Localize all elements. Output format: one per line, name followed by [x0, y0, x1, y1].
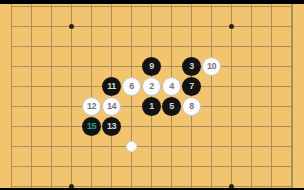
star-point: [69, 24, 74, 29]
board-intersection-2-5[interactable]: [22, 37, 42, 57]
stone-number: 8: [189, 102, 194, 111]
board-intersection-11-7[interactable]: [202, 77, 222, 97]
stone-white-10: 10: [202, 57, 221, 76]
board-intersection-7-11[interactable]: [122, 157, 142, 177]
board-intersection-3-6[interactable]: [42, 57, 62, 77]
stone-number: 7: [189, 82, 194, 91]
next-move-marker: [126, 141, 137, 152]
stone-number: 10: [207, 62, 216, 71]
board-intersection-4-7[interactable]: [62, 77, 82, 97]
letterbox-bottom: [0, 188, 304, 190]
board-intersection-8-11[interactable]: [142, 157, 162, 177]
board-intersection-11-9[interactable]: [202, 117, 222, 137]
board-intersection-7-9[interactable]: [122, 117, 142, 137]
board-intersection-15-6[interactable]: [282, 57, 302, 77]
board-intersection-5-4[interactable]: [82, 17, 102, 37]
board-intersection-10-9[interactable]: [182, 117, 202, 137]
board-intersection-9-11[interactable]: [162, 157, 182, 177]
board-intersection-2-8[interactable]: [22, 97, 42, 117]
board-intersection-3-4[interactable]: [42, 17, 62, 37]
stone-white-12: 12: [82, 97, 101, 116]
stone-number: 15: [87, 122, 96, 131]
board-intersection-10-11[interactable]: [182, 157, 202, 177]
board-intersection-15-11[interactable]: [282, 157, 302, 177]
board-intersection-12-9[interactable]: [222, 117, 242, 137]
board-intersection-7-6[interactable]: [122, 57, 142, 77]
board-intersection-13-10[interactable]: [242, 137, 262, 157]
board-intersection-11-8[interactable]: [202, 97, 222, 117]
board-intersection-13-5[interactable]: [242, 37, 262, 57]
stone-white-6: 6: [122, 77, 141, 96]
board-intersection-11-10[interactable]: [202, 137, 222, 157]
stone-black-3: 3: [182, 57, 201, 76]
board-intersection-14-6[interactable]: [262, 57, 282, 77]
stone-black-5: 5: [162, 97, 181, 116]
stone-black-11: 11: [102, 77, 121, 96]
board-intersection-9-5[interactable]: [162, 37, 182, 57]
board-intersection-5-6[interactable]: [82, 57, 102, 77]
board-intersection-2-9[interactable]: [22, 117, 42, 137]
board-intersection-2-11[interactable]: [22, 157, 42, 177]
board-intersection-5-5[interactable]: [82, 37, 102, 57]
stone-number: 13: [107, 122, 116, 131]
board-intersection-2-7[interactable]: [22, 77, 42, 97]
board-intersection-6-4[interactable]: [102, 17, 122, 37]
stone-black-7: 7: [182, 77, 201, 96]
board-intersection-2-4[interactable]: [22, 17, 42, 37]
stone-white-8: 8: [182, 97, 201, 116]
board-intersection-7-4[interactable]: [122, 17, 142, 37]
board-intersection-14-11[interactable]: [262, 157, 282, 177]
board-intersection-1-7[interactable]: [2, 77, 22, 97]
board-intersection-12-10[interactable]: [222, 137, 242, 157]
board-intersection-11-4[interactable]: [202, 17, 222, 37]
board-intersection-15-8[interactable]: [282, 97, 302, 117]
board-intersection-3-8[interactable]: [42, 97, 62, 117]
board-intersection-9-4[interactable]: [162, 17, 182, 37]
board-intersection-15-5[interactable]: [282, 37, 302, 57]
board-intersection-13-7[interactable]: [242, 77, 262, 97]
board-intersection-1-10[interactable]: [2, 137, 22, 157]
board-intersection-14-9[interactable]: [262, 117, 282, 137]
board-intersection-4-5[interactable]: [62, 37, 82, 57]
board-intersection-13-11[interactable]: [242, 157, 262, 177]
board-intersection-1-9[interactable]: [2, 117, 22, 137]
board-intersection-7-8[interactable]: [122, 97, 142, 117]
stone-number: 2: [149, 82, 154, 91]
board-intersection-4-10[interactable]: [62, 137, 82, 157]
board-intersection-8-9[interactable]: [142, 117, 162, 137]
board-intersection-1-6[interactable]: [2, 57, 22, 77]
board-intersection-10-10[interactable]: [182, 137, 202, 157]
board-intersection-4-6[interactable]: [62, 57, 82, 77]
board-intersection-10-5[interactable]: [182, 37, 202, 57]
board-intersection-13-9[interactable]: [242, 117, 262, 137]
board-intersection-3-7[interactable]: [42, 77, 62, 97]
stone-black-1: 1: [142, 97, 161, 116]
board-intersection-9-9[interactable]: [162, 117, 182, 137]
board-intersection-15-9[interactable]: [282, 117, 302, 137]
stone-number: 3: [189, 62, 194, 71]
board-intersection-7-5[interactable]: [122, 37, 142, 57]
gomoku-board-screenshot: 123456789101112131415: [0, 0, 304, 190]
board-intersection-2-10[interactable]: [22, 137, 42, 157]
board-intersection-8-4[interactable]: [142, 17, 162, 37]
stone-number: 6: [129, 82, 134, 91]
board-intersection-8-5[interactable]: [142, 37, 162, 57]
stone-number: 14: [107, 102, 116, 111]
board-intersection-12-6[interactable]: [222, 57, 242, 77]
board-intersection-4-8[interactable]: [62, 97, 82, 117]
board-intersection-15-10[interactable]: [282, 137, 302, 157]
board-intersection-14-10[interactable]: [262, 137, 282, 157]
board-intersection-1-4[interactable]: [2, 17, 22, 37]
board-intersection-8-10[interactable]: [142, 137, 162, 157]
stone-number: 5: [169, 102, 174, 111]
board-intersection-12-8[interactable]: [222, 97, 242, 117]
stone-number: 4: [169, 82, 174, 91]
board-intersection-1-11[interactable]: [2, 157, 22, 177]
board-intersection-12-7[interactable]: [222, 77, 242, 97]
board-intersection-6-10[interactable]: [102, 137, 122, 157]
board-intersection-9-6[interactable]: [162, 57, 182, 77]
board-intersection-15-4[interactable]: [282, 17, 302, 37]
board-intersection-3-10[interactable]: [42, 137, 62, 157]
board-intersection-5-11[interactable]: [82, 157, 102, 177]
board-intersection-5-10[interactable]: [82, 137, 102, 157]
board-intersection-14-7[interactable]: [262, 77, 282, 97]
board-intersection-2-6[interactable]: [22, 57, 42, 77]
stone-number: 1: [149, 102, 154, 111]
stone-black-15: 15: [82, 117, 101, 136]
board-intersection-14-8[interactable]: [262, 97, 282, 117]
stone-black-9: 9: [142, 57, 161, 76]
board-intersection-6-5[interactable]: [102, 37, 122, 57]
board-intersection-14-4[interactable]: [262, 17, 282, 37]
board-intersection-4-11[interactable]: [62, 157, 82, 177]
board-intersection-14-5[interactable]: [262, 37, 282, 57]
stone-white-2: 2: [142, 77, 161, 96]
star-point: [229, 24, 234, 29]
board-intersection-13-6[interactable]: [242, 57, 262, 77]
board-intersection-11-11[interactable]: [202, 157, 222, 177]
stone-white-4: 4: [162, 77, 181, 96]
stone-number: 9: [149, 62, 154, 71]
board-intersection-12-11[interactable]: [222, 157, 242, 177]
board-intersection-4-9[interactable]: [62, 117, 82, 137]
board-intersection-12-5[interactable]: [222, 37, 242, 57]
board-intersection-6-6[interactable]: [102, 57, 122, 77]
stone-number: 12: [87, 102, 96, 111]
board-intersection-10-4[interactable]: [182, 17, 202, 37]
stone-black-13: 13: [102, 117, 121, 136]
board-intersection-1-5[interactable]: [2, 37, 22, 57]
board-intersection-15-7[interactable]: [282, 77, 302, 97]
board-intersection-11-5[interactable]: [202, 37, 222, 57]
board-intersection-3-9[interactable]: [42, 117, 62, 137]
board-intersection-13-4[interactable]: [242, 17, 262, 37]
board-intersection-3-5[interactable]: [42, 37, 62, 57]
stone-number: 11: [107, 82, 116, 91]
board-intersection-13-8[interactable]: [242, 97, 262, 117]
board-intersection-3-11[interactable]: [42, 157, 62, 177]
letterbox-top: [0, 0, 304, 4]
board-intersection-6-11[interactable]: [102, 157, 122, 177]
board-intersection-9-10[interactable]: [162, 137, 182, 157]
board-intersection-1-8[interactable]: [2, 97, 22, 117]
stone-white-14: 14: [102, 97, 121, 116]
board-intersection-5-7[interactable]: [82, 77, 102, 97]
